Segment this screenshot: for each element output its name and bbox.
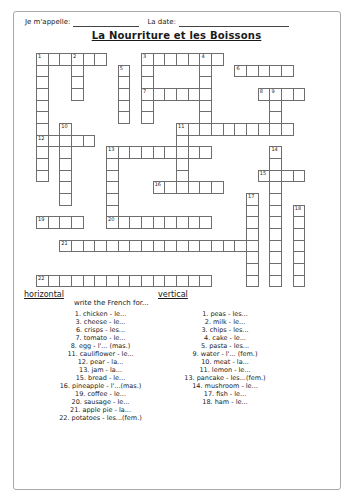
clue-item: 16. pineapple - l'...(mas.) xyxy=(28,382,173,390)
clue-number: 6 xyxy=(236,66,239,71)
grid-cell[interactable] xyxy=(281,65,294,78)
crossword-grid: 12345678910111213141516171819202122 xyxy=(36,53,318,288)
worksheet-header: Je m'appelle:La date: xyxy=(25,17,325,29)
clue-number: 10 xyxy=(61,124,67,129)
grid-cell[interactable] xyxy=(199,146,212,159)
clue-number: 11 xyxy=(178,124,184,129)
clue-number: 3 xyxy=(143,54,146,59)
grid-cell[interactable] xyxy=(199,275,212,288)
clue-item: 1. chicken - le... xyxy=(28,310,173,318)
grid-cell[interactable] xyxy=(293,170,306,183)
clue-number: 19 xyxy=(38,217,44,222)
clue-number: 1 xyxy=(38,54,41,59)
clue-number: 2 xyxy=(73,54,76,59)
clue-item: 11. lemon - le... xyxy=(160,366,290,374)
clue-item: 12. pear - la... xyxy=(28,358,173,366)
clue-item: 7. tomato - le... xyxy=(28,334,173,342)
clue-item: 11. cauliflower - le... xyxy=(28,350,173,358)
grid-cell[interactable] xyxy=(71,88,84,101)
clue-item: 13. pancake - les...(fem.) xyxy=(160,374,290,382)
clue-item: 2. milk - le... xyxy=(160,318,290,326)
clue-number: 12 xyxy=(38,136,44,141)
grid-cell[interactable] xyxy=(281,123,294,136)
clue-item: 22. potatoes - les...(fem.) xyxy=(28,414,173,422)
grid-cell[interactable] xyxy=(118,111,131,124)
clue-item: 13. jam - la... xyxy=(28,366,173,374)
clue-number: 17 xyxy=(248,194,254,199)
grid-cell[interactable] xyxy=(36,170,49,183)
clue-item: 20. sausage - le... xyxy=(28,398,173,406)
clue-number: 14 xyxy=(271,147,277,152)
clue-number: 5 xyxy=(120,66,123,71)
grid-cell[interactable] xyxy=(269,275,282,288)
clue-item: 17. fish - le... xyxy=(160,390,290,398)
clue-number: 13 xyxy=(108,147,114,152)
grid-cell[interactable] xyxy=(94,53,107,66)
grid-cell[interactable] xyxy=(83,135,96,148)
clue-item: 4. cake - le... xyxy=(160,334,290,342)
section-label-vertical: vertical xyxy=(158,290,188,299)
clue-item: 18. ham - le... xyxy=(160,398,290,406)
clue-item: 15. bread - le... xyxy=(28,374,173,382)
name-label: Je m'appelle: xyxy=(25,18,70,26)
page-title: La Nourriture et les Boissons xyxy=(0,30,353,41)
clue-item: 6. crisps - les... xyxy=(28,326,173,334)
grid-cell[interactable] xyxy=(293,275,306,288)
grid-cell[interactable] xyxy=(59,193,72,206)
grid-cell[interactable] xyxy=(246,275,259,288)
clue-number: 7 xyxy=(143,89,146,94)
name-input-line[interactable] xyxy=(73,18,139,27)
grid-cell[interactable] xyxy=(211,53,224,66)
clue-number: 8 xyxy=(260,89,263,94)
grid-cell[interactable] xyxy=(71,216,84,229)
grid-cell[interactable] xyxy=(199,216,212,229)
clue-item: 3. cheese - le... xyxy=(28,318,173,326)
date-input-line[interactable] xyxy=(179,18,289,27)
grid-cell[interactable] xyxy=(293,88,306,101)
clue-item: 3. chips - les... xyxy=(160,326,290,334)
clue-number: 9 xyxy=(271,89,274,94)
clue-number: 4 xyxy=(201,54,204,59)
clue-list-vertical: 1. peas - les...2. milk - le...3. chips … xyxy=(160,310,290,406)
clue-number: 18 xyxy=(295,206,301,211)
grid-cell[interactable] xyxy=(211,181,224,194)
grid-cell[interactable] xyxy=(141,111,154,124)
clue-item: 1. peas - les... xyxy=(160,310,290,318)
clue-item: 8. egg - l'... (mas.) xyxy=(28,342,173,350)
clue-item: 10. meat - la... xyxy=(160,358,290,366)
clue-item: 19. coffee - le... xyxy=(28,390,173,398)
clue-item: 14. mushroom - le... xyxy=(160,382,290,390)
clue-number: 21 xyxy=(61,241,67,246)
clue-item: 5. pasta - les... xyxy=(160,342,290,350)
clue-number: 15 xyxy=(260,171,266,176)
section-label-horizontal: horizontal xyxy=(24,290,64,299)
date-label: La date: xyxy=(147,18,176,26)
clue-number: 22 xyxy=(38,276,44,281)
clue-number: 16 xyxy=(155,182,161,187)
clue-list-horizontal: 1. chicken - le...3. cheese - le...6. cr… xyxy=(28,310,173,422)
instruction-text: write the French for... xyxy=(74,299,149,307)
clue-number: 20 xyxy=(108,217,114,222)
clue-item: 9. water - l'... (fem.) xyxy=(160,350,290,358)
clue-item: 21. apple pie - la... xyxy=(28,406,173,414)
